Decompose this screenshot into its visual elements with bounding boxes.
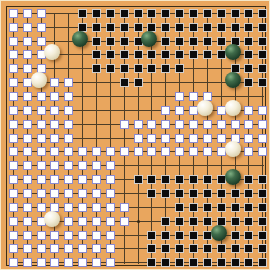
white-stone[interactable] [225,100,241,116]
black-territory-marker[interactable] [92,50,101,59]
black-territory-marker[interactable] [189,23,198,32]
white-territory-marker[interactable] [9,258,18,267]
white-territory-marker[interactable] [37,175,46,184]
black-territory-marker[interactable] [189,231,198,240]
black-territory-marker[interactable] [231,9,240,18]
black-territory-marker[interactable] [203,217,212,226]
black-territory-marker[interactable] [258,64,267,73]
black-stone[interactable] [211,225,227,241]
black-territory-marker[interactable] [175,189,184,198]
white-territory-marker[interactable] [9,147,18,156]
white-territory-marker[interactable] [23,64,32,73]
black-territory-marker[interactable] [231,189,240,198]
white-territory-marker[interactable] [106,258,115,267]
white-territory-marker[interactable] [203,147,212,156]
black-territory-marker[interactable] [258,189,267,198]
white-territory-marker[interactable] [189,92,198,101]
white-territory-marker[interactable] [258,106,267,115]
white-territory-marker[interactable] [9,50,18,59]
white-territory-marker[interactable] [161,106,170,115]
white-territory-marker[interactable] [64,217,73,226]
black-territory-marker[interactable] [217,203,226,212]
white-territory-marker[interactable] [37,23,46,32]
white-territory-marker[interactable] [134,134,143,143]
white-stone[interactable] [44,211,60,227]
white-territory-marker[interactable] [64,120,73,129]
white-territory-marker[interactable] [64,189,73,198]
black-territory-marker[interactable] [203,244,212,253]
white-territory-marker[interactable] [50,258,59,267]
white-territory-marker[interactable] [120,120,129,129]
black-territory-marker[interactable] [244,189,253,198]
white-territory-marker[interactable] [9,161,18,170]
white-territory-marker[interactable] [175,106,184,115]
black-territory-marker[interactable] [258,78,267,87]
white-territory-marker[interactable] [244,106,253,115]
white-territory-marker[interactable] [23,244,32,253]
white-territory-marker[interactable] [175,147,184,156]
white-territory-marker[interactable] [161,134,170,143]
white-territory-marker[interactable] [50,134,59,143]
black-territory-marker[interactable] [147,231,156,240]
white-territory-marker[interactable] [50,244,59,253]
white-territory-marker[interactable] [23,92,32,101]
black-territory-marker[interactable] [134,78,143,87]
white-territory-marker[interactable] [244,120,253,129]
white-territory-marker[interactable] [244,147,253,156]
white-territory-marker[interactable] [106,147,115,156]
white-territory-marker[interactable] [106,244,115,253]
black-territory-marker[interactable] [231,231,240,240]
white-stone[interactable] [225,141,241,157]
white-territory-marker[interactable] [258,120,267,129]
black-territory-marker[interactable] [161,9,170,18]
white-territory-marker[interactable] [92,203,101,212]
black-territory-marker[interactable] [258,37,267,46]
black-territory-marker[interactable] [244,78,253,87]
white-territory-marker[interactable] [161,147,170,156]
white-territory-marker[interactable] [189,147,198,156]
white-territory-marker[interactable] [231,120,240,129]
black-territory-marker[interactable] [175,217,184,226]
white-territory-marker[interactable] [78,189,87,198]
white-territory-marker[interactable] [64,244,73,253]
black-territory-marker[interactable] [120,64,129,73]
black-territory-marker[interactable] [175,50,184,59]
black-territory-marker[interactable] [120,50,129,59]
black-territory-marker[interactable] [203,23,212,32]
black-territory-marker[interactable] [161,189,170,198]
white-territory-marker[interactable] [50,161,59,170]
black-territory-marker[interactable] [120,37,129,46]
white-territory-marker[interactable] [50,120,59,129]
black-territory-marker[interactable] [217,23,226,32]
black-territory-marker[interactable] [231,217,240,226]
black-territory-marker[interactable] [161,217,170,226]
black-territory-marker[interactable] [203,258,212,267]
black-territory-marker[interactable] [258,50,267,59]
white-territory-marker[interactable] [217,120,226,129]
black-territory-marker[interactable] [244,50,253,59]
black-territory-marker[interactable] [189,203,198,212]
white-territory-marker[interactable] [189,134,198,143]
black-territory-marker[interactable] [134,175,143,184]
black-territory-marker[interactable] [231,244,240,253]
black-territory-marker[interactable] [244,175,253,184]
white-territory-marker[interactable] [106,203,115,212]
black-territory-marker[interactable] [134,9,143,18]
white-territory-marker[interactable] [23,258,32,267]
black-territory-marker[interactable] [175,244,184,253]
go-board-screenshot [0,0,270,270]
black-territory-marker[interactable] [217,189,226,198]
white-territory-marker[interactable] [258,147,267,156]
white-territory-marker[interactable] [37,9,46,18]
white-territory-marker[interactable] [9,106,18,115]
black-territory-marker[interactable] [161,23,170,32]
white-territory-marker[interactable] [78,161,87,170]
black-territory-marker[interactable] [161,37,170,46]
black-territory-marker[interactable] [244,23,253,32]
white-territory-marker[interactable] [64,203,73,212]
black-territory-marker[interactable] [217,244,226,253]
black-territory-marker[interactable] [244,9,253,18]
black-stone[interactable] [225,169,241,185]
black-territory-marker[interactable] [120,23,129,32]
black-territory-marker[interactable] [217,9,226,18]
black-territory-marker[interactable] [92,37,101,46]
white-territory-marker[interactable] [23,147,32,156]
white-territory-marker[interactable] [37,120,46,129]
white-stone[interactable] [31,72,47,88]
white-territory-marker[interactable] [9,203,18,212]
black-territory-marker[interactable] [258,258,267,267]
white-territory-marker[interactable] [78,175,87,184]
white-territory-marker[interactable] [37,92,46,101]
white-territory-marker[interactable] [9,120,18,129]
black-territory-marker[interactable] [244,64,253,73]
black-stone[interactable] [141,31,157,47]
black-territory-marker[interactable] [78,9,87,18]
black-territory-marker[interactable] [231,203,240,212]
white-territory-marker[interactable] [258,134,267,143]
white-territory-marker[interactable] [50,78,59,87]
black-territory-marker[interactable] [175,231,184,240]
white-territory-marker[interactable] [120,147,129,156]
black-territory-marker[interactable] [147,9,156,18]
black-territory-marker[interactable] [161,50,170,59]
white-territory-marker[interactable] [78,258,87,267]
white-territory-marker[interactable] [78,217,87,226]
white-territory-marker[interactable] [37,203,46,212]
black-territory-marker[interactable] [106,23,115,32]
black-territory-marker[interactable] [231,23,240,32]
white-territory-marker[interactable] [23,106,32,115]
white-territory-marker[interactable] [37,106,46,115]
black-territory-marker[interactable] [203,9,212,18]
white-territory-marker[interactable] [203,134,212,143]
white-territory-marker[interactable] [23,134,32,143]
black-territory-marker[interactable] [244,258,253,267]
white-territory-marker[interactable] [120,203,129,212]
star-point [137,220,140,223]
white-territory-marker[interactable] [217,134,226,143]
white-territory-marker[interactable] [9,92,18,101]
white-territory-marker[interactable] [92,175,101,184]
white-territory-marker[interactable] [50,175,59,184]
black-territory-marker[interactable] [189,9,198,18]
black-territory-marker[interactable] [189,50,198,59]
white-territory-marker[interactable] [244,134,253,143]
white-territory-marker[interactable] [175,92,184,101]
white-territory-marker[interactable] [147,147,156,156]
black-territory-marker[interactable] [147,244,156,253]
black-territory-marker[interactable] [106,9,115,18]
white-territory-marker[interactable] [50,92,59,101]
white-territory-marker[interactable] [92,231,101,240]
white-territory-marker[interactable] [37,147,46,156]
black-territory-marker[interactable] [161,244,170,253]
black-territory-marker[interactable] [189,175,198,184]
black-territory-marker[interactable] [203,37,212,46]
white-territory-marker[interactable] [37,37,46,46]
white-territory-marker[interactable] [23,50,32,59]
white-territory-marker[interactable] [37,161,46,170]
white-stone[interactable] [197,100,213,116]
black-territory-marker[interactable] [244,37,253,46]
black-territory-marker[interactable] [189,217,198,226]
white-territory-marker[interactable] [23,217,32,226]
black-territory-marker[interactable] [203,175,212,184]
black-territory-marker[interactable] [203,50,212,59]
black-territory-marker[interactable] [134,64,143,73]
black-stone[interactable] [225,44,241,60]
white-territory-marker[interactable] [37,134,46,143]
white-territory-marker[interactable] [23,189,32,198]
white-territory-marker[interactable] [9,231,18,240]
white-territory-marker[interactable] [64,92,73,101]
black-territory-marker[interactable] [175,175,184,184]
white-territory-marker[interactable] [23,203,32,212]
white-territory-marker[interactable] [37,231,46,240]
white-territory-marker[interactable] [189,120,198,129]
white-territory-marker[interactable] [106,217,115,226]
white-territory-marker[interactable] [78,244,87,253]
white-territory-marker[interactable] [147,120,156,129]
white-territory-marker[interactable] [37,258,46,267]
black-territory-marker[interactable] [147,175,156,184]
black-territory-marker[interactable] [203,189,212,198]
black-territory-marker[interactable] [134,50,143,59]
white-territory-marker[interactable] [23,9,32,18]
black-territory-marker[interactable] [231,258,240,267]
black-territory-marker[interactable] [175,37,184,46]
white-territory-marker[interactable] [120,217,129,226]
black-territory-marker[interactable] [244,217,253,226]
white-territory-marker[interactable] [23,120,32,129]
black-territory-marker[interactable] [134,23,143,32]
white-territory-marker[interactable] [203,120,212,129]
white-territory-marker[interactable] [92,244,101,253]
white-territory-marker[interactable] [134,120,143,129]
black-territory-marker[interactable] [147,64,156,73]
black-territory-marker[interactable] [120,78,129,87]
white-territory-marker[interactable] [106,175,115,184]
black-territory-marker[interactable] [92,23,101,32]
black-territory-marker[interactable] [189,258,198,267]
white-territory-marker[interactable] [23,23,32,32]
white-territory-marker[interactable] [50,231,59,240]
white-territory-marker[interactable] [23,161,32,170]
black-territory-marker[interactable] [258,175,267,184]
black-territory-marker[interactable] [203,203,212,212]
black-territory-marker[interactable] [92,9,101,18]
black-territory-marker[interactable] [175,23,184,32]
white-territory-marker[interactable] [9,217,18,226]
black-territory-marker[interactable] [147,258,156,267]
white-territory-marker[interactable] [106,231,115,240]
black-territory-marker[interactable] [217,37,226,46]
white-territory-marker[interactable] [37,189,46,198]
white-territory-marker[interactable] [92,147,101,156]
black-stone[interactable] [72,31,88,47]
black-territory-marker[interactable] [258,203,267,212]
black-territory-marker[interactable] [161,175,170,184]
white-territory-marker[interactable] [175,134,184,143]
black-territory-marker[interactable] [258,231,267,240]
white-territory-marker[interactable] [64,231,73,240]
white-territory-marker[interactable] [9,9,18,18]
white-territory-marker[interactable] [78,231,87,240]
white-territory-marker[interactable] [92,258,101,267]
black-territory-marker[interactable] [147,50,156,59]
black-territory-marker[interactable] [161,64,170,73]
white-territory-marker[interactable] [50,189,59,198]
black-territory-marker[interactable] [106,37,115,46]
white-territory-marker[interactable] [92,217,101,226]
go-board[interactable] [1,1,269,269]
white-territory-marker[interactable] [64,106,73,115]
white-territory-marker[interactable] [147,134,156,143]
black-territory-marker[interactable] [175,258,184,267]
white-territory-marker[interactable] [23,231,32,240]
black-territory-marker[interactable] [189,37,198,46]
black-territory-marker[interactable] [120,9,129,18]
white-territory-marker[interactable] [9,189,18,198]
black-territory-marker[interactable] [258,244,267,253]
white-territory-marker[interactable] [64,134,73,143]
black-territory-marker[interactable] [244,244,253,253]
black-stone[interactable] [225,72,241,88]
white-territory-marker[interactable] [9,78,18,87]
black-territory-marker[interactable] [258,217,267,226]
black-territory-marker[interactable] [175,64,184,73]
white-territory-marker[interactable] [9,37,18,46]
black-territory-marker[interactable] [189,244,198,253]
black-territory-marker[interactable] [175,203,184,212]
white-territory-marker[interactable] [92,189,101,198]
white-territory-marker[interactable] [9,134,18,143]
black-territory-marker[interactable] [92,64,101,73]
white-territory-marker[interactable] [92,161,101,170]
black-territory-marker[interactable] [258,9,267,18]
white-territory-marker[interactable] [9,23,18,32]
white-territory-marker[interactable] [64,147,73,156]
black-territory-marker[interactable] [217,258,226,267]
white-territory-marker[interactable] [64,258,73,267]
white-territory-marker[interactable] [23,37,32,46]
white-territory-marker[interactable] [9,244,18,253]
black-territory-marker[interactable] [106,50,115,59]
white-territory-marker[interactable] [9,64,18,73]
white-territory-marker[interactable] [106,161,115,170]
white-territory-marker[interactable] [37,244,46,253]
black-territory-marker[interactable] [161,231,170,240]
white-territory-marker[interactable] [64,175,73,184]
white-territory-marker[interactable] [23,175,32,184]
black-territory-marker[interactable] [161,258,170,267]
black-territory-marker[interactable] [147,189,156,198]
black-territory-marker[interactable] [189,189,198,198]
white-territory-marker[interactable] [50,147,59,156]
white-territory-marker[interactable] [78,147,87,156]
white-territory-marker[interactable] [64,161,73,170]
black-territory-marker[interactable] [258,23,267,32]
white-territory-marker[interactable] [64,78,73,87]
white-territory-marker[interactable] [106,189,115,198]
black-territory-marker[interactable] [106,64,115,73]
white-territory-marker[interactable] [9,175,18,184]
black-territory-marker[interactable] [244,231,253,240]
white-territory-marker[interactable] [134,147,143,156]
black-territory-marker[interactable] [244,203,253,212]
white-territory-marker[interactable] [161,120,170,129]
white-territory-marker[interactable] [78,203,87,212]
black-territory-marker[interactable] [175,9,184,18]
white-territory-marker[interactable] [50,106,59,115]
white-territory-marker[interactable] [175,120,184,129]
